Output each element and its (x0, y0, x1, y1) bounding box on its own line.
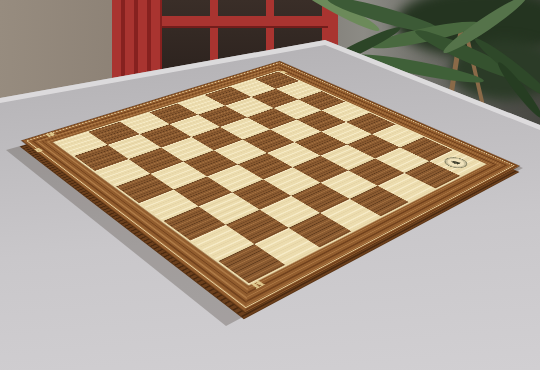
knight-logo-icon: ♞ (448, 159, 464, 166)
scene: ABCDEFGH ABCDEFGH 87654321 87654321 ♞ (0, 0, 540, 370)
knight-emblem: ♞ (440, 155, 472, 170)
